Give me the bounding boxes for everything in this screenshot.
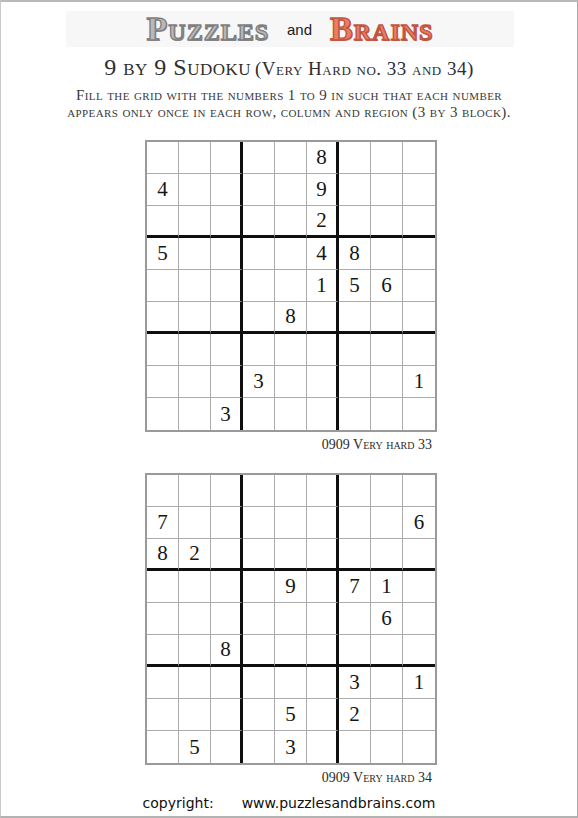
- puzzle1-cell-r5c1: [147, 270, 179, 302]
- page-title-main: 9 by 9 Sudoku: [104, 54, 251, 80]
- puzzle1-cell-r3c1: [147, 206, 179, 238]
- puzzle1-cell-r8c8: [371, 366, 403, 398]
- puzzle1-cell-r2c9: [403, 174, 435, 206]
- puzzle2-cell-r3c5: [275, 539, 307, 571]
- puzzle1-cell-r7c6: [307, 334, 339, 366]
- puzzle2-cell-r4c8: 1: [371, 571, 403, 603]
- puzzle1-cell-r1c4: [243, 142, 275, 174]
- puzzle1-cell-r1c3: [211, 142, 243, 174]
- puzzle1-cell-r5c2: [179, 270, 211, 302]
- puzzle2-cell-r7c2: [179, 667, 211, 699]
- puzzle2-cell-r6c7: [339, 635, 371, 667]
- footer: copyright:www.puzzlesandbrains.com: [1, 795, 577, 811]
- puzzle1-cell-r9c3: 3: [211, 398, 243, 430]
- puzzle1-cell-r4c6: 4: [307, 238, 339, 270]
- puzzle2-cell-r4c7: 7: [339, 571, 371, 603]
- sudoku-grid-34: 768297168315253: [145, 473, 437, 765]
- puzzle2-cell-r2c1: 7: [147, 507, 179, 539]
- puzzle2-cell-r9c5: 3: [275, 731, 307, 763]
- puzzle2-cell-r3c9: [403, 539, 435, 571]
- puzzle2-cell-r2c6: [307, 507, 339, 539]
- puzzle2-cell-r1c3: [211, 475, 243, 507]
- puzzle2-cell-r4c9: [403, 571, 435, 603]
- puzzle1-cell-r6c1: [147, 302, 179, 334]
- puzzle1-cell-r1c1: [147, 142, 179, 174]
- puzzle2-cell-r1c5: [275, 475, 307, 507]
- puzzle1-cell-r6c5: 8: [275, 302, 307, 334]
- puzzle1-cell-r3c5: [275, 206, 307, 238]
- puzzle2-cell-r9c7: [339, 731, 371, 763]
- puzzle2-cell-r3c6: [307, 539, 339, 571]
- puzzle1-cell-r3c9: [403, 206, 435, 238]
- puzzle1-cell-r2c4: [243, 174, 275, 206]
- puzzle2-cell-r5c5: [275, 603, 307, 635]
- puzzle2-cell-r2c5: [275, 507, 307, 539]
- page-title: 9 by 9 Sudoku (Very Hard no. 33 and 34): [1, 54, 577, 81]
- puzzle2-cell-r7c8: [371, 667, 403, 699]
- puzzle1-cell-r6c4: [243, 302, 275, 334]
- puzzle1-cell-r3c2: [179, 206, 211, 238]
- puzzle1-cell-r5c5: [275, 270, 307, 302]
- puzzle1-cell-r1c2: [179, 142, 211, 174]
- puzzle2-cell-r6c6: [307, 635, 339, 667]
- puzzle2-cell-r7c1: [147, 667, 179, 699]
- puzzle1-cell-r3c7: [339, 206, 371, 238]
- puzzle2-cell-r3c1: 8: [147, 539, 179, 571]
- puzzle2-cell-r3c8: [371, 539, 403, 571]
- puzzle1-cell-r2c7: [339, 174, 371, 206]
- puzzle2-cell-r8c4: [243, 699, 275, 731]
- puzzle2-cell-r7c9: 1: [403, 667, 435, 699]
- puzzle1-cell-r4c9: [403, 238, 435, 270]
- puzzle2-cell-r1c6: [307, 475, 339, 507]
- puzzle2-cell-r5c1: [147, 603, 179, 635]
- puzzle2-cell-r8c5: 5: [275, 699, 307, 731]
- puzzle1-cell-r1c7: [339, 142, 371, 174]
- puzzle1-cell-r4c4: [243, 238, 275, 270]
- printable-sudoku-page: Puzzles and Brains 9 by 9 Sudoku (Very H…: [0, 0, 578, 818]
- puzzle2-cell-r9c4: [243, 731, 275, 763]
- puzzle1-cell-r6c3: [211, 302, 243, 334]
- puzzle1-cell-r2c5: [275, 174, 307, 206]
- instructions-line-2: appears only once in each row, column an…: [1, 104, 577, 121]
- puzzle2-cell-r1c4: [243, 475, 275, 507]
- puzzle1-cell-r4c3: [211, 238, 243, 270]
- puzzle2-cell-r6c1: [147, 635, 179, 667]
- puzzle1-cell-r9c7: [339, 398, 371, 430]
- puzzle2-cell-r1c9: [403, 475, 435, 507]
- sudoku-grid-33: 84925481568313: [145, 140, 437, 432]
- puzzle1-cell-r5c6: 1: [307, 270, 339, 302]
- puzzle1-cell-r7c3: [211, 334, 243, 366]
- puzzle2-cell-r9c3: [211, 731, 243, 763]
- puzzle2-cell-r4c6: [307, 571, 339, 603]
- puzzle1-cell-r4c2: [179, 238, 211, 270]
- puzzle1-cell-r1c5: [275, 142, 307, 174]
- puzzle1-cell-r8c6: [307, 366, 339, 398]
- caption-puzzle-34: 0909 Very hard 34: [145, 770, 437, 786]
- puzzle2-cell-r3c2: 2: [179, 539, 211, 571]
- puzzle2-cell-r7c5: [275, 667, 307, 699]
- puzzle2-cell-r3c4: [243, 539, 275, 571]
- puzzle2-cell-r5c7: [339, 603, 371, 635]
- puzzle1-cell-r7c2: [179, 334, 211, 366]
- puzzle2-cell-r9c8: [371, 731, 403, 763]
- puzzle1-cell-r8c7: [339, 366, 371, 398]
- puzzle2-cell-r1c2: [179, 475, 211, 507]
- puzzle1-cell-r6c8: [371, 302, 403, 334]
- puzzle1-cell-r9c8: [371, 398, 403, 430]
- puzzle1-cell-r2c6: 9: [307, 174, 339, 206]
- puzzle1-cell-r4c1: 5: [147, 238, 179, 270]
- puzzle2-cell-r5c9: [403, 603, 435, 635]
- puzzle2-cell-r6c3: 8: [211, 635, 243, 667]
- puzzle1-cell-r5c9: [403, 270, 435, 302]
- puzzle2-cell-r8c3: [211, 699, 243, 731]
- puzzle1-cell-r6c9: [403, 302, 435, 334]
- puzzle1-cell-r2c8: [371, 174, 403, 206]
- puzzle1-cell-r4c7: 8: [339, 238, 371, 270]
- puzzle2-cell-r8c1: [147, 699, 179, 731]
- puzzle1-cell-r3c6: 2: [307, 206, 339, 238]
- puzzle2-cell-r5c4: [243, 603, 275, 635]
- puzzle2-cell-r6c2: [179, 635, 211, 667]
- puzzle1-cell-r2c2: [179, 174, 211, 206]
- puzzle1-cell-r7c9: [403, 334, 435, 366]
- puzzle2-cell-r4c4: [243, 571, 275, 603]
- puzzle2-cell-r5c3: [211, 603, 243, 635]
- puzzle1-cell-r8c3: [211, 366, 243, 398]
- puzzle2-cell-r4c2: [179, 571, 211, 603]
- puzzle2-cell-r2c8: [371, 507, 403, 539]
- puzzle1-cell-r5c3: [211, 270, 243, 302]
- puzzle2-cell-r2c4: [243, 507, 275, 539]
- puzzle2-cell-r6c8: [371, 635, 403, 667]
- puzzle2-cell-r3c3: [211, 539, 243, 571]
- puzzle2-cell-r6c9: [403, 635, 435, 667]
- puzzle1-cell-r7c7: [339, 334, 371, 366]
- logo-and: and: [287, 21, 312, 38]
- logo-brains: Brains: [330, 12, 433, 46]
- copyright-label: copyright:: [143, 795, 214, 811]
- instructions: Fill the grid with the numbers 1 to 9 in…: [1, 87, 577, 121]
- puzzle1-cell-r5c4: [243, 270, 275, 302]
- puzzle1-cell-r1c8: [371, 142, 403, 174]
- puzzle1-cell-r2c1: 4: [147, 174, 179, 206]
- puzzle1-cell-r6c2: [179, 302, 211, 334]
- puzzle1-cell-r7c8: [371, 334, 403, 366]
- puzzle2-cell-r7c7: 3: [339, 667, 371, 699]
- puzzle2-cell-r1c8: [371, 475, 403, 507]
- puzzle2-cell-r6c4: [243, 635, 275, 667]
- puzzle2-cell-r6c5: [275, 635, 307, 667]
- puzzle2-cell-r5c2: [179, 603, 211, 635]
- puzzle1-cell-r2c3: [211, 174, 243, 206]
- puzzle1-cell-r4c5: [275, 238, 307, 270]
- puzzle2-cell-r8c6: [307, 699, 339, 731]
- puzzle2-cell-r1c7: [339, 475, 371, 507]
- puzzle2-cell-r9c1: [147, 731, 179, 763]
- puzzle2-cell-r9c6: [307, 731, 339, 763]
- puzzle1-cell-r4c8: [371, 238, 403, 270]
- puzzle1-cell-r9c2: [179, 398, 211, 430]
- puzzle1-cell-r9c9: [403, 398, 435, 430]
- puzzle2-cell-r8c7: 2: [339, 699, 371, 731]
- puzzle1-cell-r9c1: [147, 398, 179, 430]
- puzzle2-cell-r3c7: [339, 539, 371, 571]
- puzzle2-cell-r8c9: [403, 699, 435, 731]
- puzzle1-cell-r8c1: [147, 366, 179, 398]
- puzzle1-cell-r7c1: [147, 334, 179, 366]
- puzzle1-cell-r7c5: [275, 334, 307, 366]
- puzzle1-cell-r7c4: [243, 334, 275, 366]
- logo-puzzles: Puzzles: [147, 12, 269, 46]
- page-title-sub: (Very Hard no. 33 and 34): [255, 58, 474, 79]
- instructions-line-1: Fill the grid with the numbers 1 to 9 in…: [1, 87, 577, 104]
- caption-puzzle-33: 0909 Very hard 33: [145, 437, 437, 453]
- puzzle1-cell-r9c5: [275, 398, 307, 430]
- puzzle2-cell-r7c6: [307, 667, 339, 699]
- puzzle1-cell-r3c3: [211, 206, 243, 238]
- puzzle1-cell-r3c8: [371, 206, 403, 238]
- puzzle2-cell-r2c7: [339, 507, 371, 539]
- puzzle1-cell-r8c4: 3: [243, 366, 275, 398]
- footer-url: www.puzzlesandbrains.com: [242, 795, 436, 811]
- puzzle1-cell-r5c7: 5: [339, 270, 371, 302]
- puzzle2-cell-r7c3: [211, 667, 243, 699]
- puzzle1-cell-r8c9: 1: [403, 366, 435, 398]
- puzzle1-cell-r1c6: 8: [307, 142, 339, 174]
- puzzle1-cell-r5c8: 6: [371, 270, 403, 302]
- puzzle1-cell-r6c7: [339, 302, 371, 334]
- puzzle1-cell-r6c6: [307, 302, 339, 334]
- puzzle2-cell-r1c1: [147, 475, 179, 507]
- puzzle2-cell-r2c3: [211, 507, 243, 539]
- puzzle1-cell-r9c6: [307, 398, 339, 430]
- puzzle2-cell-r9c2: 5: [179, 731, 211, 763]
- puzzle2-cell-r4c1: [147, 571, 179, 603]
- puzzle2-cell-r8c8: [371, 699, 403, 731]
- puzzle1-cell-r8c2: [179, 366, 211, 398]
- logo-bar: Puzzles and Brains: [66, 11, 514, 47]
- puzzle2-cell-r2c9: 6: [403, 507, 435, 539]
- puzzle1-cell-r9c4: [243, 398, 275, 430]
- puzzle1-cell-r3c4: [243, 206, 275, 238]
- puzzle2-cell-r5c6: [307, 603, 339, 635]
- puzzle1-cell-r1c9: [403, 142, 435, 174]
- puzzle2-cell-r9c9: [403, 731, 435, 763]
- puzzle2-cell-r4c3: [211, 571, 243, 603]
- puzzle2-cell-r5c8: 6: [371, 603, 403, 635]
- puzzle2-cell-r2c2: [179, 507, 211, 539]
- puzzle2-cell-r4c5: 9: [275, 571, 307, 603]
- puzzle2-cell-r7c4: [243, 667, 275, 699]
- puzzle1-cell-r8c5: [275, 366, 307, 398]
- puzzle2-cell-r8c2: [179, 699, 211, 731]
